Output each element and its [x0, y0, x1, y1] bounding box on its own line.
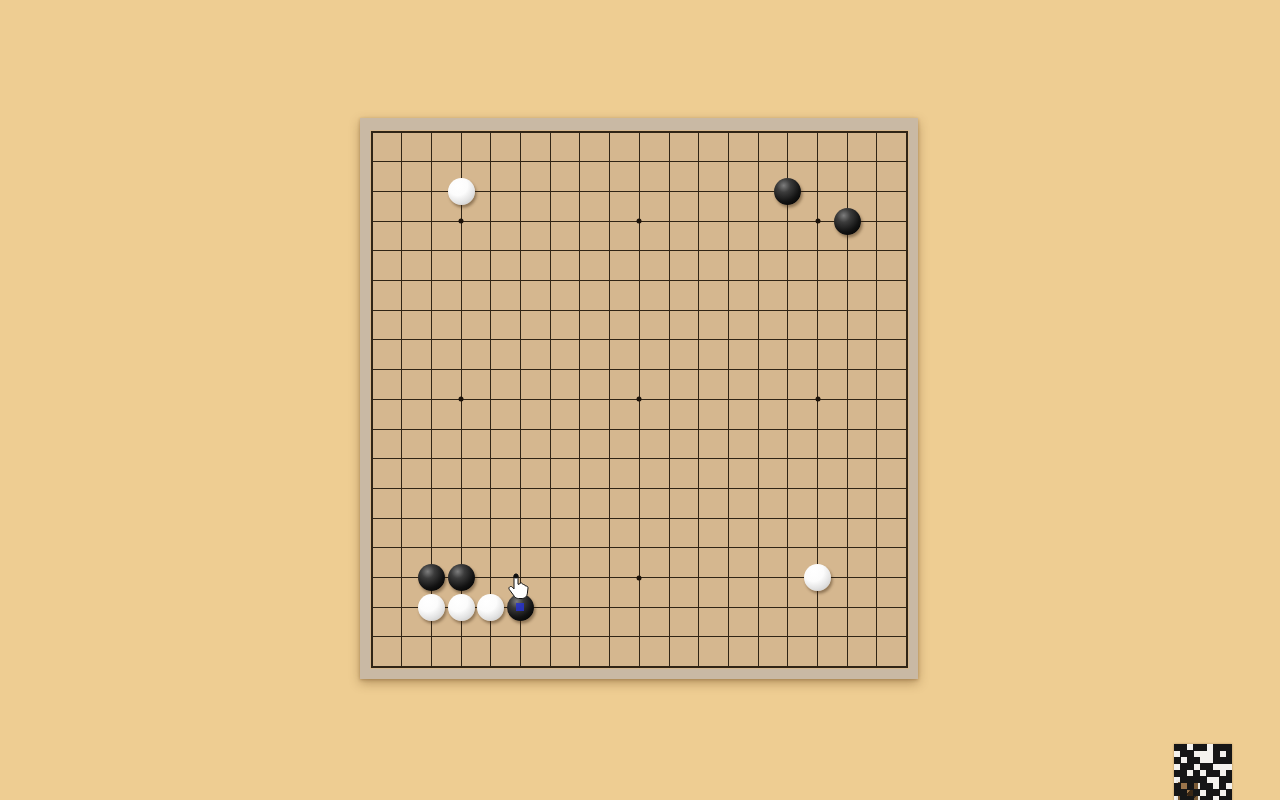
stone-black-Q16 [832, 206, 862, 236]
stone-black-F3 [506, 592, 536, 622]
stone-white-C3 [417, 592, 447, 622]
qr-code [1174, 744, 1232, 800]
stone-black-D4 [446, 562, 476, 592]
go-board[interactable] [360, 118, 918, 679]
stones-grid [357, 117, 921, 681]
stone-white-E3 [476, 592, 506, 622]
stone-white-P4 [802, 562, 832, 592]
last-move-marker [516, 603, 524, 611]
stone-black-O17 [773, 177, 803, 207]
stone-white-D17 [446, 177, 476, 207]
stone-white-D3 [446, 592, 476, 622]
stone-black-C4 [417, 562, 447, 592]
desktop-wood-background: { "app": {"description": "Go (weiqi) gam… [0, 0, 1280, 800]
